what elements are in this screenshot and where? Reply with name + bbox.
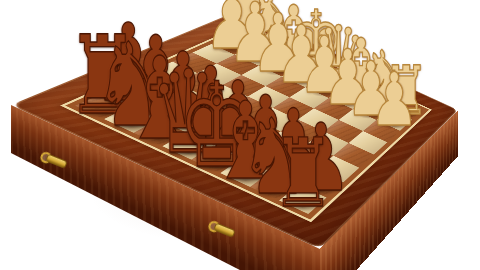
latch-bar bbox=[45, 154, 67, 169]
chess-set-product-photo[interactable]: ♜♞♝♚♛♝♞♜♟♟♟♟♟♟♟♟♟♟♟♟♟♟♟♟♜♞♝♛♚♝♞♜ bbox=[0, 0, 480, 270]
latch-bar bbox=[213, 223, 235, 238]
